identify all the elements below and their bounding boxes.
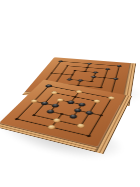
product-photo	[0, 0, 140, 187]
